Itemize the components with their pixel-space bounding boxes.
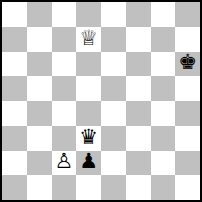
square-e1[interactable] xyxy=(101,175,126,200)
square-c8[interactable] xyxy=(52,2,77,27)
square-f6[interactable] xyxy=(126,52,151,77)
square-b1[interactable] xyxy=(27,175,52,200)
square-e8[interactable] xyxy=(101,2,126,27)
square-f5[interactable] xyxy=(126,76,151,101)
square-d7[interactable]: ♕ xyxy=(76,27,101,52)
square-h5[interactable] xyxy=(175,76,200,101)
square-b3[interactable] xyxy=(27,126,52,151)
square-g6[interactable] xyxy=(151,52,176,77)
square-a2[interactable] xyxy=(2,151,27,176)
square-f7[interactable] xyxy=(126,27,151,52)
square-e6[interactable] xyxy=(101,52,126,77)
square-f1[interactable] xyxy=(126,175,151,200)
square-h4[interactable] xyxy=(175,101,200,126)
square-d1[interactable] xyxy=(76,175,101,200)
square-h2[interactable] xyxy=(175,151,200,176)
black-pawn[interactable]: ♟ xyxy=(79,151,98,172)
square-h7[interactable] xyxy=(175,27,200,52)
square-h3[interactable] xyxy=(175,126,200,151)
square-g1[interactable] xyxy=(151,175,176,200)
square-b2[interactable] xyxy=(27,151,52,176)
square-d5[interactable] xyxy=(76,76,101,101)
square-f3[interactable] xyxy=(126,126,151,151)
white-queen[interactable]: ♕ xyxy=(79,28,98,49)
square-f8[interactable] xyxy=(126,2,151,27)
square-g2[interactable] xyxy=(151,151,176,176)
square-a1[interactable] xyxy=(2,175,27,200)
square-g7[interactable] xyxy=(151,27,176,52)
square-g3[interactable] xyxy=(151,126,176,151)
square-d3[interactable]: ♛ xyxy=(76,126,101,151)
chess-diagram: ♕♚♛♙♟ xyxy=(0,0,202,202)
square-e4[interactable] xyxy=(101,101,126,126)
square-e7[interactable] xyxy=(101,27,126,52)
square-b7[interactable] xyxy=(27,27,52,52)
square-c7[interactable] xyxy=(52,27,77,52)
square-b8[interactable] xyxy=(27,2,52,27)
square-a6[interactable] xyxy=(2,52,27,77)
square-c1[interactable] xyxy=(52,175,77,200)
square-f2[interactable] xyxy=(126,151,151,176)
square-b5[interactable] xyxy=(27,76,52,101)
white-pawn[interactable]: ♙ xyxy=(54,151,73,172)
square-h8[interactable] xyxy=(175,2,200,27)
square-e3[interactable] xyxy=(101,126,126,151)
black-king[interactable]: ♚ xyxy=(178,52,197,73)
chess-board: ♕♚♛♙♟ xyxy=(0,0,202,202)
square-c4[interactable] xyxy=(52,101,77,126)
square-a7[interactable] xyxy=(2,27,27,52)
square-d4[interactable] xyxy=(76,101,101,126)
square-c5[interactable] xyxy=(52,76,77,101)
square-a8[interactable] xyxy=(2,2,27,27)
square-c2[interactable]: ♙ xyxy=(52,151,77,176)
square-a4[interactable] xyxy=(2,101,27,126)
square-g8[interactable] xyxy=(151,2,176,27)
square-f4[interactable] xyxy=(126,101,151,126)
square-a5[interactable] xyxy=(2,76,27,101)
square-h1[interactable] xyxy=(175,175,200,200)
black-queen[interactable]: ♛ xyxy=(79,127,98,148)
square-b6[interactable] xyxy=(27,52,52,77)
square-b4[interactable] xyxy=(27,101,52,126)
square-e2[interactable] xyxy=(101,151,126,176)
square-a3[interactable] xyxy=(2,126,27,151)
square-h6[interactable]: ♚ xyxy=(175,52,200,77)
square-g5[interactable] xyxy=(151,76,176,101)
square-d2[interactable]: ♟ xyxy=(76,151,101,176)
square-c6[interactable] xyxy=(52,52,77,77)
square-e5[interactable] xyxy=(101,76,126,101)
square-d8[interactable] xyxy=(76,2,101,27)
square-c3[interactable] xyxy=(52,126,77,151)
square-g4[interactable] xyxy=(151,101,176,126)
square-d6[interactable] xyxy=(76,52,101,77)
